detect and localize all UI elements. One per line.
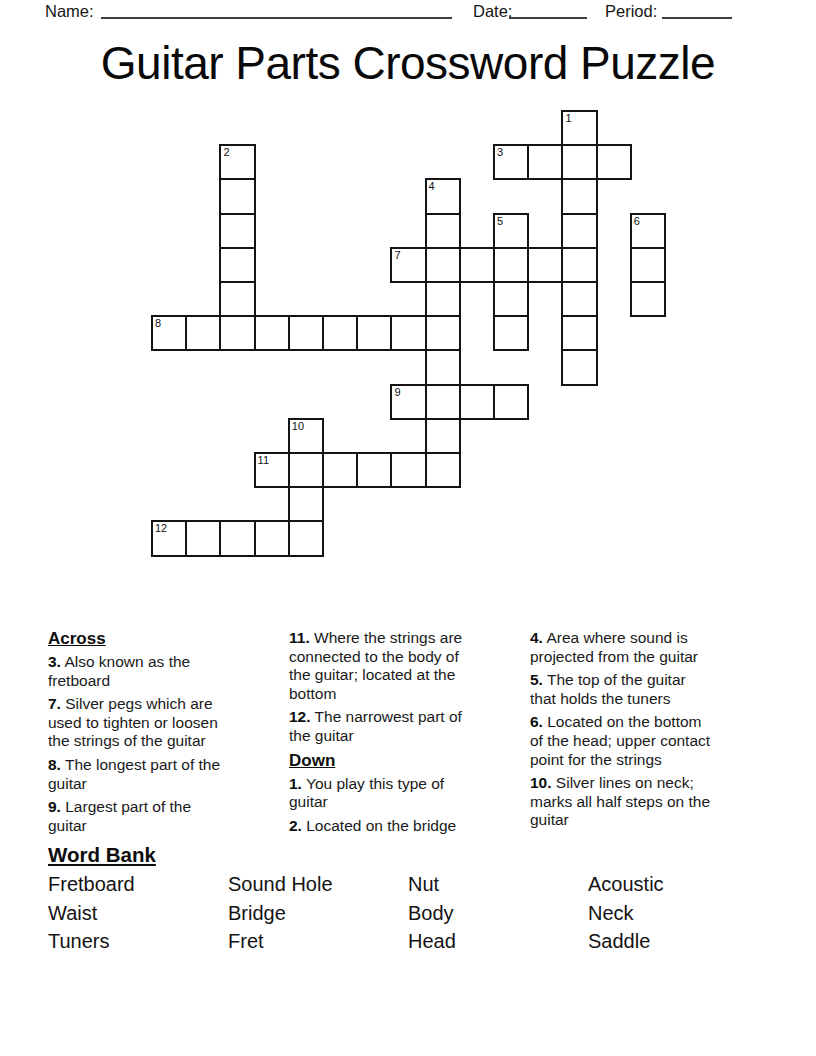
grid-cell-r8c8[interactable] (425, 384, 461, 420)
grid-cell-r6c5[interactable] (322, 315, 358, 351)
word-bank-item: Fretboard (48, 872, 228, 901)
clue-num: 6. (530, 713, 543, 730)
clue-num: 1. (289, 775, 302, 792)
grid-cell-r12c2[interactable] (219, 520, 255, 556)
date-label: Date: (473, 2, 512, 21)
grid-cell-r6c1[interactable] (185, 315, 221, 351)
grid-cell-r5c8[interactable] (425, 281, 461, 317)
clue-across-11: 11. Where the strings are connected to t… (289, 629, 511, 703)
word-bank-item: Waist (48, 901, 228, 930)
clue-down-10: 10. Silver lines on neck; marks all half… (530, 774, 760, 830)
clue-number-9: 9 (394, 386, 400, 398)
grid-cell-r5c10[interactable] (493, 281, 529, 317)
clue-across-3: 3. Also known as the fretboard (48, 653, 260, 690)
grid-cell-r6c6[interactable] (356, 315, 392, 351)
clue-number-12: 12 (155, 522, 167, 534)
grid-cell-r9c4[interactable]: 10 (288, 418, 324, 454)
grid-cell-r9c8[interactable] (425, 418, 461, 454)
clue-number-7: 7 (394, 249, 400, 261)
word-bank-list: FretboardSound HoleNutAcousticWaistBridg… (48, 872, 778, 958)
grid-cell-r6c0[interactable]: 8 (151, 315, 187, 351)
word-bank-item: Tuners (48, 929, 228, 958)
grid-cell-r4c7[interactable]: 7 (390, 247, 426, 283)
grid-cell-r6c3[interactable] (254, 315, 290, 351)
clue-num: 10. (530, 774, 552, 791)
word-bank-item: Saddle (588, 929, 778, 958)
grid-cell-r6c12[interactable] (561, 315, 597, 351)
grid-cell-r7c8[interactable] (425, 349, 461, 385)
grid-cell-r8c10[interactable] (493, 384, 529, 420)
grid-cell-r12c4[interactable] (288, 520, 324, 556)
grid-cell-r11c4[interactable] (288, 486, 324, 522)
date-input-line[interactable] (509, 2, 587, 19)
clues-column-1: Across3. Also known as the fretboard7. S… (48, 629, 260, 840)
grid-cell-r6c10[interactable] (493, 315, 529, 351)
clue-number-10: 10 (292, 420, 304, 432)
clue-across-9: 9. Largest part of the guitar (48, 798, 260, 835)
word-bank-item: Sound Hole (228, 872, 408, 901)
clue-num: 5. (530, 671, 543, 688)
grid-cell-r3c12[interactable] (561, 213, 597, 249)
grid-cell-r10c4[interactable] (288, 452, 324, 488)
clue-across-7: 7. Silver pegs which are used to tighten… (48, 695, 260, 751)
grid-cell-r2c2[interactable] (219, 178, 255, 214)
clue-down-5: 5. The top of the guitar that holds the … (530, 671, 760, 708)
grid-cell-r5c12[interactable] (561, 281, 597, 317)
grid-cell-r6c8[interactable] (425, 315, 461, 351)
grid-cell-r1c11[interactable] (527, 144, 563, 180)
clue-number-2: 2 (223, 146, 229, 158)
clue-across-8: 8. The longest part of the guitar (48, 756, 260, 793)
grid-cell-r4c8[interactable] (425, 247, 461, 283)
clue-num: 4. (530, 629, 543, 646)
clue-num: 7. (48, 695, 61, 712)
grid-cell-r5c14[interactable] (630, 281, 666, 317)
grid-cell-r12c3[interactable] (254, 520, 290, 556)
clues-column-3: 4. Area where sound is projected from th… (530, 629, 760, 835)
grid-cell-r3c2[interactable] (219, 213, 255, 249)
grid-cell-r8c9[interactable] (459, 384, 495, 420)
worksheet-page: Name: Date: Period: Guitar Parts Crosswo… (0, 0, 816, 1056)
clues-column-2: 11. Where the strings are connected to t… (289, 629, 511, 840)
grid-cell-r5c2[interactable] (219, 281, 255, 317)
grid-cell-r10c6[interactable] (356, 452, 392, 488)
clue-num: 12. (289, 708, 311, 725)
grid-cell-r1c13[interactable] (596, 144, 632, 180)
grid-cell-r4c2[interactable] (219, 247, 255, 283)
grid-cell-r6c2[interactable] (219, 315, 255, 351)
grid-cell-r2c8[interactable]: 4 (425, 178, 461, 214)
grid-cell-r3c14[interactable]: 6 (630, 213, 666, 249)
word-bank-item: Body (408, 901, 588, 930)
clue-num: 9. (48, 798, 61, 815)
clue-number-6: 6 (634, 215, 640, 227)
clue-number-3: 3 (497, 146, 503, 158)
grid-cell-r12c0[interactable]: 12 (151, 520, 187, 556)
grid-cell-r4c10[interactable] (493, 247, 529, 283)
down-heading: Down (289, 751, 511, 771)
word-bank-item: Fret (228, 929, 408, 958)
grid-cell-r4c11[interactable] (527, 247, 563, 283)
page-title: Guitar Parts Crossword Puzzle (0, 36, 816, 90)
grid-cell-r7c12[interactable] (561, 349, 597, 385)
crossword-grid: 123456789101112 (151, 110, 667, 558)
grid-cell-r3c8[interactable] (425, 213, 461, 249)
word-bank-item: Neck (588, 901, 778, 930)
grid-cell-r10c8[interactable] (425, 452, 461, 488)
grid-cell-r4c14[interactable] (630, 247, 666, 283)
clue-down-1: 1. You play this type of guitar (289, 775, 511, 812)
grid-cell-r6c4[interactable] (288, 315, 324, 351)
grid-cell-r10c5[interactable] (322, 452, 358, 488)
clue-down-6: 6. Located on the bottom of the head; up… (530, 713, 760, 769)
grid-cell-r3c10[interactable]: 5 (493, 213, 529, 249)
grid-cell-r4c12[interactable] (561, 247, 597, 283)
clue-number-11: 11 (258, 454, 269, 466)
period-input-line[interactable] (662, 2, 732, 19)
grid-cell-r8c7[interactable]: 9 (390, 384, 426, 420)
grid-cell-r1c2[interactable]: 2 (219, 144, 255, 180)
name-label: Name: (45, 2, 94, 21)
clue-number-1: 1 (565, 112, 571, 124)
clue-num: 2. (289, 817, 302, 834)
word-bank-item: Acoustic (588, 872, 778, 901)
across-heading: Across (48, 629, 260, 649)
grid-cell-r10c7[interactable] (390, 452, 426, 488)
grid-cell-r2c12[interactable] (561, 178, 597, 214)
grid-cell-r0c12[interactable]: 1 (561, 110, 597, 146)
period-label: Period: (605, 2, 657, 21)
grid-cell-r4c9[interactable] (459, 247, 495, 283)
grid-cell-r1c10[interactable]: 3 (493, 144, 529, 180)
grid-cell-r12c1[interactable] (185, 520, 221, 556)
clue-num: 3. (48, 653, 61, 670)
clue-num: 11. (289, 629, 310, 646)
clue-across-12: 12. The narrowest part of the guitar (289, 708, 511, 745)
word-bank-item: Nut (408, 872, 588, 901)
word-bank-item: Head (408, 929, 588, 958)
clue-number-4: 4 (429, 180, 435, 192)
grid-cell-r1c12[interactable] (561, 144, 597, 180)
grid-cell-r10c3[interactable]: 11 (254, 452, 290, 488)
word-bank-heading: Word Bank (48, 843, 156, 867)
name-input-line[interactable] (101, 2, 452, 19)
clue-down-2: 2. Located on the bridge (289, 817, 511, 836)
grid-cell-r6c7[interactable] (390, 315, 426, 351)
clue-num: 8. (48, 756, 61, 773)
clue-number-8: 8 (155, 317, 161, 329)
clue-down-4: 4. Area where sound is projected from th… (530, 629, 760, 666)
word-bank-item: Bridge (228, 901, 408, 930)
clue-number-5: 5 (497, 215, 503, 227)
